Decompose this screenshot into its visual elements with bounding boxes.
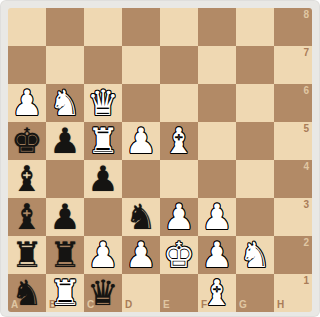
black-knight-d3[interactable]: ♞ <box>122 198 160 236</box>
square-b8[interactable] <box>46 8 84 46</box>
file-label-e: E <box>163 300 170 310</box>
black-rook-a2[interactable]: ♜ <box>8 236 46 274</box>
square-e1[interactable]: E <box>160 274 198 312</box>
file-label-g: G <box>239 300 247 310</box>
square-f1[interactable]: F♝ <box>198 274 236 312</box>
square-h3[interactable]: 3 <box>274 198 312 236</box>
square-a5[interactable]: ♚ <box>8 122 46 160</box>
square-e7[interactable] <box>160 46 198 84</box>
square-b1[interactable]: B♜ <box>46 274 84 312</box>
white-knight-b6[interactable]: ♞ <box>46 84 84 122</box>
square-b6[interactable]: ♞ <box>46 84 84 122</box>
rank-label-3: 3 <box>303 200 309 210</box>
white-pawn-f2[interactable]: ♟ <box>198 236 236 274</box>
white-pawn-f3[interactable]: ♟ <box>198 198 236 236</box>
square-c6[interactable]: ♛ <box>84 84 122 122</box>
white-pawn-e3[interactable]: ♟ <box>160 198 198 236</box>
square-a7[interactable] <box>8 46 46 84</box>
square-c5[interactable]: ♜ <box>84 122 122 160</box>
file-label-h: H <box>277 300 284 310</box>
square-c2[interactable]: ♟ <box>84 236 122 274</box>
square-b4[interactable] <box>46 160 84 198</box>
square-b7[interactable] <box>46 46 84 84</box>
square-a8[interactable] <box>8 8 46 46</box>
white-pawn-c2[interactable]: ♟ <box>84 236 122 274</box>
square-d7[interactable] <box>122 46 160 84</box>
square-f5[interactable] <box>198 122 236 160</box>
black-bishop-a3[interactable]: ♝ <box>8 198 46 236</box>
rank-label-4: 4 <box>303 162 309 172</box>
square-d4[interactable] <box>122 160 160 198</box>
square-e2[interactable]: ♚ <box>160 236 198 274</box>
square-g7[interactable] <box>236 46 274 84</box>
black-pawn-c4[interactable]: ♟ <box>84 160 122 198</box>
square-g3[interactable] <box>236 198 274 236</box>
square-a6[interactable]: ♟ <box>8 84 46 122</box>
square-a3[interactable]: ♝ <box>8 198 46 236</box>
square-h5[interactable]: 5 <box>274 122 312 160</box>
square-h6[interactable]: 6 <box>274 84 312 122</box>
screenshot-frame: 87♟♞♛6♚♟♜♟♝5♝♟4♝♟♞♟♟3♜♜♟♟♚♟♞2A♞B♜C♛DEF♝G… <box>0 0 320 317</box>
square-g6[interactable] <box>236 84 274 122</box>
square-e3[interactable]: ♟ <box>160 198 198 236</box>
black-rook-b2[interactable]: ♜ <box>46 236 84 274</box>
square-f3[interactable]: ♟ <box>198 198 236 236</box>
white-pawn-a6[interactable]: ♟ <box>8 84 46 122</box>
white-bishop-e5[interactable]: ♝ <box>160 122 198 160</box>
rank-label-7: 7 <box>303 48 309 58</box>
black-queen-c1[interactable]: ♛ <box>84 274 122 312</box>
white-knight-g2[interactable]: ♞ <box>236 236 274 274</box>
square-f2[interactable]: ♟ <box>198 236 236 274</box>
square-d6[interactable] <box>122 84 160 122</box>
square-h8[interactable]: 8 <box>274 8 312 46</box>
square-f4[interactable] <box>198 160 236 198</box>
white-pawn-d5[interactable]: ♟ <box>122 122 160 160</box>
square-c7[interactable] <box>84 46 122 84</box>
square-d8[interactable] <box>122 8 160 46</box>
square-c8[interactable] <box>84 8 122 46</box>
file-label-d: D <box>125 300 132 310</box>
square-f7[interactable] <box>198 46 236 84</box>
rank-label-6: 6 <box>303 86 309 96</box>
black-knight-a1[interactable]: ♞ <box>8 274 46 312</box>
white-rook-c5[interactable]: ♜ <box>84 122 122 160</box>
square-e6[interactable] <box>160 84 198 122</box>
square-e5[interactable]: ♝ <box>160 122 198 160</box>
square-b5[interactable]: ♟ <box>46 122 84 160</box>
square-e8[interactable] <box>160 8 198 46</box>
square-h1[interactable]: 1H <box>274 274 312 312</box>
square-d3[interactable]: ♞ <box>122 198 160 236</box>
rank-label-1: 1 <box>303 276 309 286</box>
square-d1[interactable]: D <box>122 274 160 312</box>
rank-label-5: 5 <box>303 124 309 134</box>
white-king-e2[interactable]: ♚ <box>160 236 198 274</box>
white-pawn-d2[interactable]: ♟ <box>122 236 160 274</box>
square-b3[interactable]: ♟ <box>46 198 84 236</box>
black-pawn-b5[interactable]: ♟ <box>46 122 84 160</box>
square-d2[interactable]: ♟ <box>122 236 160 274</box>
square-g5[interactable] <box>236 122 274 160</box>
square-b2[interactable]: ♜ <box>46 236 84 274</box>
white-rook-b1[interactable]: ♜ <box>46 274 84 312</box>
black-pawn-b3[interactable]: ♟ <box>46 198 84 236</box>
rank-label-8: 8 <box>303 10 309 20</box>
black-king-a5[interactable]: ♚ <box>8 122 46 160</box>
square-a2[interactable]: ♜ <box>8 236 46 274</box>
square-a1[interactable]: A♞ <box>8 274 46 312</box>
white-queen-c6[interactable]: ♛ <box>84 84 122 122</box>
square-f8[interactable] <box>198 8 236 46</box>
square-a4[interactable]: ♝ <box>8 160 46 198</box>
square-f6[interactable] <box>198 84 236 122</box>
square-c1[interactable]: C♛ <box>84 274 122 312</box>
square-h4[interactable]: 4 <box>274 160 312 198</box>
square-e4[interactable] <box>160 160 198 198</box>
square-c3[interactable] <box>84 198 122 236</box>
square-h2[interactable]: 2 <box>274 236 312 274</box>
rank-label-2: 2 <box>303 238 309 248</box>
white-bishop-f1[interactable]: ♝ <box>198 274 236 312</box>
chess-board: 87♟♞♛6♚♟♜♟♝5♝♟4♝♟♞♟♟3♜♜♟♟♚♟♞2A♞B♜C♛DEF♝G… <box>8 8 312 312</box>
black-bishop-a4[interactable]: ♝ <box>8 160 46 198</box>
square-g2[interactable]: ♞ <box>236 236 274 274</box>
square-c4[interactable]: ♟ <box>84 160 122 198</box>
square-g8[interactable] <box>236 8 274 46</box>
square-h7[interactable]: 7 <box>274 46 312 84</box>
square-g4[interactable] <box>236 160 274 198</box>
square-d5[interactable]: ♟ <box>122 122 160 160</box>
square-g1[interactable]: G <box>236 274 274 312</box>
